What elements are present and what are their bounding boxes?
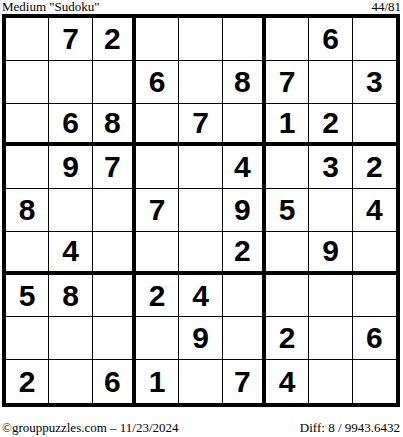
- cell-r4c4[interactable]: [136, 146, 179, 189]
- cell-r4c9[interactable]: 2: [353, 146, 396, 189]
- cell-r5c3[interactable]: [93, 189, 136, 232]
- cell-r8c4[interactable]: [136, 317, 179, 360]
- cell-r7c6[interactable]: [223, 275, 266, 318]
- cell-r3c6[interactable]: [223, 104, 266, 147]
- cell-r5c6[interactable]: 9: [223, 189, 266, 232]
- cell-r6c5[interactable]: [179, 232, 222, 275]
- cell-r8c9[interactable]: 6: [353, 317, 396, 360]
- cell-r1c2[interactable]: 7: [49, 18, 92, 61]
- cell-r2c7[interactable]: 7: [266, 61, 309, 104]
- cell-r8c1[interactable]: [6, 317, 49, 360]
- footer-copyright: ©grouppuzzles.com – 11/23/2024: [2, 421, 179, 434]
- cell-r2c1[interactable]: [6, 61, 49, 104]
- header: Medium "Sudoku" 44/81: [2, 0, 401, 14]
- cell-r6c7[interactable]: [266, 232, 309, 275]
- cell-r7c1[interactable]: 5: [6, 275, 49, 318]
- cell-r3c7[interactable]: 1: [266, 104, 309, 147]
- cell-r6c1[interactable]: [6, 232, 49, 275]
- cell-r8c3[interactable]: [93, 317, 136, 360]
- cell-r1c6[interactable]: [223, 18, 266, 61]
- cell-r5c5[interactable]: [179, 189, 222, 232]
- cell-r1c8[interactable]: 6: [309, 18, 352, 61]
- cell-r4c7[interactable]: [266, 146, 309, 189]
- cell-r6c9[interactable]: [353, 232, 396, 275]
- cell-r4c2[interactable]: 9: [49, 146, 92, 189]
- cell-r3c2[interactable]: 6: [49, 104, 92, 147]
- cell-r6c2[interactable]: 4: [49, 232, 92, 275]
- cell-r3c8[interactable]: 2: [309, 104, 352, 147]
- cell-r7c7[interactable]: [266, 275, 309, 318]
- cell-r2c5[interactable]: [179, 61, 222, 104]
- cell-r4c8[interactable]: 3: [309, 146, 352, 189]
- cell-r9c3[interactable]: 6: [93, 360, 136, 403]
- cell-r5c1[interactable]: 8: [6, 189, 49, 232]
- cell-r1c3[interactable]: 2: [93, 18, 136, 61]
- cell-r8c5[interactable]: 9: [179, 317, 222, 360]
- cell-r2c4[interactable]: 6: [136, 61, 179, 104]
- footer-difficulty: Diff: 8 / 9943.6432: [300, 421, 400, 434]
- cell-r9c2[interactable]: [49, 360, 92, 403]
- cell-r8c8[interactable]: [309, 317, 352, 360]
- cell-r2c8[interactable]: [309, 61, 352, 104]
- cell-r6c3[interactable]: [93, 232, 136, 275]
- cell-r5c8[interactable]: [309, 189, 352, 232]
- cell-r3c3[interactable]: 8: [93, 104, 136, 147]
- cell-r6c4[interactable]: [136, 232, 179, 275]
- cell-r3c5[interactable]: 7: [179, 104, 222, 147]
- cell-r9c6[interactable]: 7: [223, 360, 266, 403]
- givens-counter: 44/81: [371, 0, 401, 13]
- cell-r2c2[interactable]: [49, 61, 92, 104]
- cell-r3c4[interactable]: [136, 104, 179, 147]
- cell-r9c8[interactable]: [309, 360, 352, 403]
- cell-r8c2[interactable]: [49, 317, 92, 360]
- cell-r9c1[interactable]: 2: [6, 360, 49, 403]
- cell-r2c6[interactable]: 8: [223, 61, 266, 104]
- cell-r2c3[interactable]: [93, 61, 136, 104]
- cell-r7c3[interactable]: [93, 275, 136, 318]
- cell-r8c6[interactable]: [223, 317, 266, 360]
- cell-r1c1[interactable]: [6, 18, 49, 61]
- footer: ©grouppuzzles.com – 11/23/2024 Diff: 8 /…: [2, 421, 400, 434]
- cell-r3c9[interactable]: [353, 104, 396, 147]
- cell-r9c7[interactable]: 4: [266, 360, 309, 403]
- cell-r4c6[interactable]: 4: [223, 146, 266, 189]
- cell-r7c8[interactable]: [309, 275, 352, 318]
- cell-r5c9[interactable]: 4: [353, 189, 396, 232]
- cell-r9c9[interactable]: [353, 360, 396, 403]
- sudoku-board: 7266873687129743287954429582492626174: [2, 14, 400, 407]
- cell-r5c4[interactable]: 7: [136, 189, 179, 232]
- cell-r5c7[interactable]: 5: [266, 189, 309, 232]
- cell-r4c1[interactable]: [6, 146, 49, 189]
- cell-r9c5[interactable]: [179, 360, 222, 403]
- cell-r7c5[interactable]: 4: [179, 275, 222, 318]
- cell-r1c4[interactable]: [136, 18, 179, 61]
- cell-r6c6[interactable]: 2: [223, 232, 266, 275]
- cell-r1c9[interactable]: [353, 18, 396, 61]
- cell-r7c2[interactable]: 8: [49, 275, 92, 318]
- cell-r7c4[interactable]: 2: [136, 275, 179, 318]
- cell-r4c5[interactable]: [179, 146, 222, 189]
- cell-r6c8[interactable]: 9: [309, 232, 352, 275]
- cell-r8c7[interactable]: 2: [266, 317, 309, 360]
- page-title: Medium "Sudoku": [2, 0, 100, 13]
- cell-r1c5[interactable]: [179, 18, 222, 61]
- cell-r9c4[interactable]: 1: [136, 360, 179, 403]
- cell-r3c1[interactable]: [6, 104, 49, 147]
- cell-r1c7[interactable]: [266, 18, 309, 61]
- cell-r2c9[interactable]: 3: [353, 61, 396, 104]
- cell-r5c2[interactable]: [49, 189, 92, 232]
- cell-r4c3[interactable]: 7: [93, 146, 136, 189]
- cell-r7c9[interactable]: [353, 275, 396, 318]
